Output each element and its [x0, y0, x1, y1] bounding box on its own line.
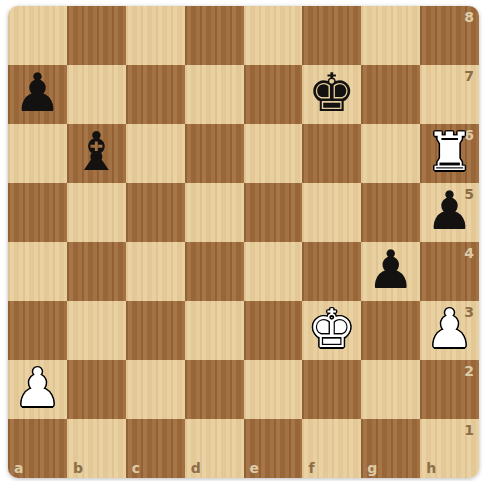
- square-g4[interactable]: ♟: [361, 242, 420, 301]
- square-h4[interactable]: 4: [420, 242, 479, 301]
- square-e1[interactable]: e: [244, 419, 303, 478]
- square-e7[interactable]: [244, 65, 303, 124]
- square-h7[interactable]: 7: [420, 65, 479, 124]
- square-a4[interactable]: [8, 242, 67, 301]
- square-c5[interactable]: [126, 183, 185, 242]
- file-label-f: f: [308, 461, 314, 475]
- square-h8[interactable]: 8: [420, 6, 479, 65]
- square-h2[interactable]: 2: [420, 360, 479, 419]
- square-a1[interactable]: a: [8, 419, 67, 478]
- file-label-a: a: [14, 461, 23, 475]
- square-c1[interactable]: c: [126, 419, 185, 478]
- square-c8[interactable]: [126, 6, 185, 65]
- square-c6[interactable]: [126, 124, 185, 183]
- square-g6[interactable]: [361, 124, 420, 183]
- square-c7[interactable]: [126, 65, 185, 124]
- file-label-b: b: [73, 461, 83, 475]
- piece-black-bishop[interactable]: ♝: [73, 122, 121, 181]
- square-b8[interactable]: [67, 6, 126, 65]
- square-h6[interactable]: 6♜: [420, 124, 479, 183]
- square-f8[interactable]: [302, 6, 361, 65]
- square-g2[interactable]: [361, 360, 420, 419]
- square-e3[interactable]: [244, 301, 303, 360]
- square-d3[interactable]: [185, 301, 244, 360]
- square-d6[interactable]: [185, 124, 244, 183]
- piece-black-pawn[interactable]: ♟: [367, 240, 415, 299]
- square-c3[interactable]: [126, 301, 185, 360]
- piece-white-king[interactable]: ♚: [308, 299, 356, 358]
- square-e2[interactable]: [244, 360, 303, 419]
- file-label-e: e: [250, 461, 260, 475]
- square-f2[interactable]: [302, 360, 361, 419]
- square-a2[interactable]: ♟: [8, 360, 67, 419]
- square-f4[interactable]: [302, 242, 361, 301]
- square-d8[interactable]: [185, 6, 244, 65]
- rank-label-1: 1: [464, 423, 474, 437]
- square-a3[interactable]: [8, 301, 67, 360]
- file-label-g: g: [367, 461, 377, 475]
- square-g8[interactable]: [361, 6, 420, 65]
- square-f7[interactable]: ♚: [302, 65, 361, 124]
- square-d2[interactable]: [185, 360, 244, 419]
- square-e8[interactable]: [244, 6, 303, 65]
- square-e5[interactable]: [244, 183, 303, 242]
- file-label-h: h: [426, 461, 436, 475]
- piece-black-pawn[interactable]: ♟: [14, 63, 62, 122]
- square-e4[interactable]: [244, 242, 303, 301]
- square-b4[interactable]: [67, 242, 126, 301]
- square-d5[interactable]: [185, 183, 244, 242]
- square-b6[interactable]: ♝: [67, 124, 126, 183]
- square-d4[interactable]: [185, 242, 244, 301]
- file-label-d: d: [191, 461, 201, 475]
- square-a7[interactable]: ♟: [8, 65, 67, 124]
- rank-label-2: 2: [464, 364, 474, 378]
- rank-label-4: 4: [464, 246, 474, 260]
- square-b7[interactable]: [67, 65, 126, 124]
- square-a6[interactable]: [8, 124, 67, 183]
- square-b1[interactable]: b: [67, 419, 126, 478]
- square-c2[interactable]: [126, 360, 185, 419]
- square-f1[interactable]: f: [302, 419, 361, 478]
- square-b3[interactable]: [67, 301, 126, 360]
- square-d1[interactable]: d: [185, 419, 244, 478]
- square-d7[interactable]: [185, 65, 244, 124]
- square-a8[interactable]: [8, 6, 67, 65]
- piece-white-pawn[interactable]: ♟: [14, 358, 62, 417]
- square-f5[interactable]: [302, 183, 361, 242]
- square-f3[interactable]: ♚: [302, 301, 361, 360]
- square-g7[interactable]: [361, 65, 420, 124]
- square-h1[interactable]: 1h: [420, 419, 479, 478]
- piece-white-rook[interactable]: ♜: [426, 122, 474, 181]
- square-g5[interactable]: [361, 183, 420, 242]
- square-f6[interactable]: [302, 124, 361, 183]
- square-h3[interactable]: 3♟: [420, 301, 479, 360]
- square-b5[interactable]: [67, 183, 126, 242]
- piece-black-pawn[interactable]: ♟: [426, 181, 474, 240]
- piece-black-king[interactable]: ♚: [308, 63, 356, 122]
- chess-board: 8♟♚7♝6♜5♟♟4♚3♟♟2abcdefg1h: [8, 6, 479, 478]
- piece-white-pawn[interactable]: ♟: [426, 299, 474, 358]
- rank-label-7: 7: [464, 69, 474, 83]
- square-h5[interactable]: 5♟: [420, 183, 479, 242]
- square-g1[interactable]: g: [361, 419, 420, 478]
- square-b2[interactable]: [67, 360, 126, 419]
- square-c4[interactable]: [126, 242, 185, 301]
- square-a5[interactable]: [8, 183, 67, 242]
- file-label-c: c: [132, 461, 140, 475]
- rank-label-8: 8: [464, 10, 474, 24]
- square-e6[interactable]: [244, 124, 303, 183]
- square-g3[interactable]: [361, 301, 420, 360]
